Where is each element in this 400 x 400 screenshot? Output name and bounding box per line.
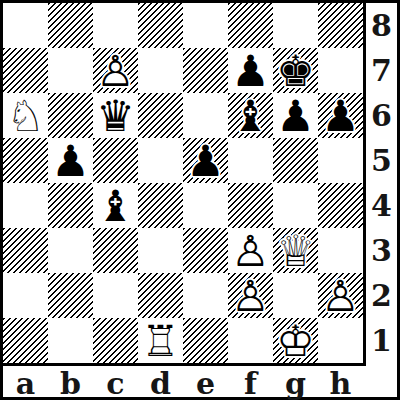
piece-black-bishop-f6[interactable]: ♝ xyxy=(228,93,273,138)
square-d3[interactable] xyxy=(138,228,183,273)
piece-glyph-outline: ♘ xyxy=(6,95,45,138)
square-d6[interactable] xyxy=(138,93,183,138)
file-labels: abcdefgh xyxy=(3,366,363,397)
square-d4[interactable] xyxy=(138,183,183,228)
square-e8[interactable] xyxy=(183,3,228,48)
square-f4[interactable] xyxy=(228,183,273,228)
piece-glyph-outline: ♙ xyxy=(231,230,270,273)
square-g5[interactable] xyxy=(273,138,318,183)
square-b4[interactable] xyxy=(48,183,93,228)
piece-glyph-fill: ♟ xyxy=(231,50,270,93)
piece-white-pawn-f3[interactable]: ♟♙ xyxy=(228,228,273,273)
board: ♟♙♟♚♞♘♛♝♟♟♟♟♝♟♙♛♕♟♙♟♙♜♖♚♔ xyxy=(3,3,363,363)
square-e7[interactable] xyxy=(183,48,228,93)
file-label-a: a xyxy=(3,366,48,400)
square-g6[interactable]: ♟ xyxy=(273,93,318,138)
square-g4[interactable] xyxy=(273,183,318,228)
rank-label-4: 4 xyxy=(366,183,397,228)
piece-glyph-fill: ♚ xyxy=(276,50,315,93)
piece-black-pawn-f7[interactable]: ♟ xyxy=(228,48,273,93)
piece-glyph-fill: ♛ xyxy=(96,95,135,138)
square-d7[interactable] xyxy=(138,48,183,93)
piece-glyph-outline: ♕ xyxy=(276,230,315,273)
square-g8[interactable] xyxy=(273,3,318,48)
square-f1[interactable] xyxy=(228,318,273,363)
square-c6[interactable]: ♛ xyxy=(93,93,138,138)
piece-glyph-fill: ♟ xyxy=(276,95,315,138)
rank-label-6: 6 xyxy=(366,93,397,138)
rank-label-1: 1 xyxy=(366,318,397,363)
file-label-f: f xyxy=(228,366,273,400)
square-f7[interactable]: ♟ xyxy=(228,48,273,93)
file-label-h: h xyxy=(318,366,363,400)
piece-glyph-fill: ♟ xyxy=(321,95,360,138)
piece-glyph-outline: ♙ xyxy=(321,275,360,318)
square-c2[interactable] xyxy=(93,273,138,318)
square-e1[interactable] xyxy=(183,318,228,363)
square-a6[interactable]: ♞♘ xyxy=(3,93,48,138)
square-h6[interactable]: ♟ xyxy=(318,93,363,138)
square-f6[interactable]: ♝ xyxy=(228,93,273,138)
square-b8[interactable] xyxy=(48,3,93,48)
square-b1[interactable] xyxy=(48,318,93,363)
square-d1[interactable]: ♜♖ xyxy=(138,318,183,363)
piece-glyph-outline: ♔ xyxy=(276,320,315,363)
square-a8[interactable] xyxy=(3,3,48,48)
square-g7[interactable]: ♚ xyxy=(273,48,318,93)
square-a7[interactable] xyxy=(3,48,48,93)
square-c7[interactable]: ♟♙ xyxy=(93,48,138,93)
square-f2[interactable]: ♟♙ xyxy=(228,273,273,318)
piece-white-king-g1[interactable]: ♚♔ xyxy=(273,318,318,363)
piece-glyph-fill: ♝ xyxy=(231,95,270,138)
square-c5[interactable] xyxy=(93,138,138,183)
square-d5[interactable] xyxy=(138,138,183,183)
rank-label-8: 8 xyxy=(366,3,397,48)
file-label-strip: abcdefgh xyxy=(3,366,366,397)
square-a1[interactable] xyxy=(3,318,48,363)
piece-black-pawn-g6[interactable]: ♟ xyxy=(273,93,318,138)
piece-glyph-outline: ♙ xyxy=(96,50,135,93)
piece-white-pawn-c7[interactable]: ♟♙ xyxy=(93,48,138,93)
square-h4[interactable] xyxy=(318,183,363,228)
rank-label-2: 2 xyxy=(366,273,397,318)
square-e3[interactable] xyxy=(183,228,228,273)
square-e6[interactable] xyxy=(183,93,228,138)
piece-white-pawn-h2[interactable]: ♟♙ xyxy=(318,273,363,318)
square-h8[interactable] xyxy=(318,3,363,48)
square-g3[interactable]: ♛♕ xyxy=(273,228,318,273)
square-f8[interactable] xyxy=(228,3,273,48)
piece-white-queen-g3[interactable]: ♛♕ xyxy=(273,228,318,273)
piece-white-knight-a6[interactable]: ♞♘ xyxy=(3,93,48,138)
rank-label-strip: 87654321 xyxy=(366,3,397,397)
square-h2[interactable]: ♟♙ xyxy=(318,273,363,318)
square-d2[interactable] xyxy=(138,273,183,318)
square-e2[interactable] xyxy=(183,273,228,318)
piece-black-pawn-b5[interactable]: ♟ xyxy=(48,138,93,183)
rank-label-3: 3 xyxy=(366,228,397,273)
square-c4[interactable]: ♝ xyxy=(93,183,138,228)
piece-black-king-g7[interactable]: ♚ xyxy=(273,48,318,93)
square-b3[interactable] xyxy=(48,228,93,273)
square-b6[interactable] xyxy=(48,93,93,138)
file-label-c: c xyxy=(93,366,138,400)
square-e5[interactable]: ♟ xyxy=(183,138,228,183)
square-c3[interactable] xyxy=(93,228,138,273)
rank-label-5: 5 xyxy=(366,138,397,183)
square-b7[interactable] xyxy=(48,48,93,93)
square-a5[interactable] xyxy=(3,138,48,183)
square-h7[interactable] xyxy=(318,48,363,93)
square-d8[interactable] xyxy=(138,3,183,48)
piece-white-rook-d1[interactable]: ♜♖ xyxy=(138,318,183,363)
square-h3[interactable] xyxy=(318,228,363,273)
square-a2[interactable] xyxy=(3,273,48,318)
square-b5[interactable]: ♟ xyxy=(48,138,93,183)
square-h5[interactable] xyxy=(318,138,363,183)
square-c8[interactable] xyxy=(93,3,138,48)
piece-black-pawn-e5[interactable]: ♟ xyxy=(183,138,228,183)
file-label-e: e xyxy=(183,366,228,400)
square-f5[interactable] xyxy=(228,138,273,183)
file-label-g: g xyxy=(273,366,318,400)
file-label-b: b xyxy=(48,366,93,400)
square-e4[interactable] xyxy=(183,183,228,228)
square-f3[interactable]: ♟♙ xyxy=(228,228,273,273)
piece-black-queen-c6[interactable]: ♛ xyxy=(93,93,138,138)
piece-glyph-fill: ♝ xyxy=(96,185,135,228)
file-label-d: d xyxy=(138,366,183,400)
square-g1[interactable]: ♚♔ xyxy=(273,318,318,363)
piece-black-bishop-c4[interactable]: ♝ xyxy=(93,183,138,228)
square-h1[interactable] xyxy=(318,318,363,363)
board-frame: ♟♙♟♚♞♘♛♝♟♟♟♟♝♟♙♛♕♟♙♟♙♜♖♚♔ xyxy=(3,3,366,366)
piece-glyph-fill: ♟ xyxy=(51,140,90,183)
rank-labels: 87654321 xyxy=(366,3,397,363)
piece-white-pawn-f2[interactable]: ♟♙ xyxy=(228,273,273,318)
piece-glyph-fill: ♟ xyxy=(186,140,225,183)
chess-diagram: ♟♙♟♚♞♘♛♝♟♟♟♟♝♟♙♛♕♟♙♟♙♜♖♚♔ 87654321 abcde… xyxy=(0,0,400,400)
rank-label-7: 7 xyxy=(366,48,397,93)
square-b2[interactable] xyxy=(48,273,93,318)
square-g2[interactable] xyxy=(273,273,318,318)
square-c1[interactable] xyxy=(93,318,138,363)
square-a4[interactable] xyxy=(3,183,48,228)
piece-glyph-outline: ♖ xyxy=(141,320,180,363)
piece-black-pawn-h6[interactable]: ♟ xyxy=(318,93,363,138)
piece-glyph-outline: ♙ xyxy=(231,275,270,318)
square-a3[interactable] xyxy=(3,228,48,273)
